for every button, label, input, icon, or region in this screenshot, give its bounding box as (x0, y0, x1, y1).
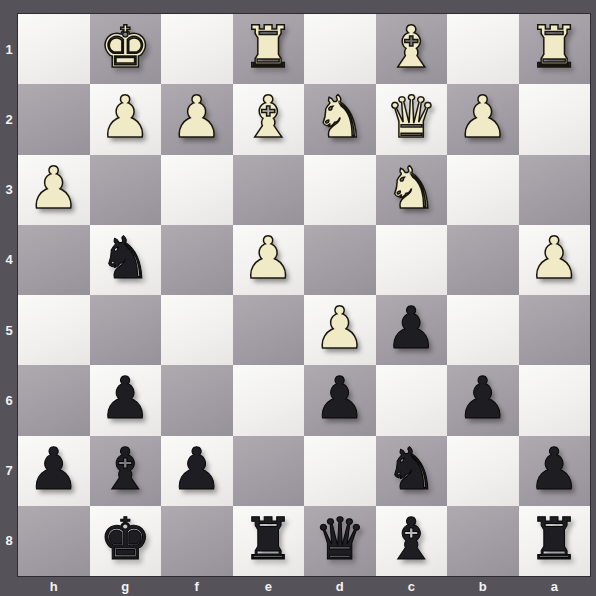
square-g3[interactable] (90, 155, 162, 225)
square-c8[interactable]: ♝ (376, 506, 448, 576)
piece-white-queen[interactable]: ♛ (385, 88, 437, 146)
rank-label-2: 2 (0, 84, 18, 154)
file-label-h: h (18, 576, 90, 596)
square-b2[interactable]: ♟ (447, 84, 519, 154)
square-f7[interactable]: ♟ (161, 436, 233, 506)
square-a7[interactable]: ♟ (519, 436, 591, 506)
square-a8[interactable]: ♜ (519, 506, 591, 576)
square-e8[interactable]: ♜ (233, 506, 305, 576)
rank-label-8: 8 (0, 506, 18, 576)
square-e2[interactable]: ♝ (233, 84, 305, 154)
file-label-g: g (90, 576, 162, 596)
piece-white-knight[interactable]: ♞ (385, 159, 437, 217)
square-e3[interactable] (233, 155, 305, 225)
rank-label-3: 3 (0, 155, 18, 225)
square-f2[interactable]: ♟ (161, 84, 233, 154)
square-d6[interactable]: ♟ (304, 365, 376, 435)
piece-black-pawn[interactable]: ♟ (457, 369, 509, 427)
square-e1[interactable]: ♜ (233, 14, 305, 84)
square-c1[interactable]: ♝ (376, 14, 448, 84)
square-b1[interactable] (447, 14, 519, 84)
square-b3[interactable] (447, 155, 519, 225)
piece-black-pawn[interactable]: ♟ (171, 440, 223, 498)
square-f4[interactable] (161, 225, 233, 295)
square-a4[interactable]: ♟ (519, 225, 591, 295)
square-h2[interactable] (18, 84, 90, 154)
piece-black-knight[interactable]: ♞ (99, 229, 151, 287)
square-b5[interactable] (447, 295, 519, 365)
file-label-b: b (447, 576, 519, 596)
rank-label-7: 7 (0, 436, 18, 506)
file-label-f: f (161, 576, 233, 596)
square-e7[interactable] (233, 436, 305, 506)
square-h1[interactable] (18, 14, 90, 84)
square-f1[interactable] (161, 14, 233, 84)
square-d4[interactable] (304, 225, 376, 295)
piece-black-pawn[interactable]: ♟ (99, 369, 151, 427)
piece-black-bishop[interactable]: ♝ (99, 440, 151, 498)
piece-black-pawn[interactable]: ♟ (528, 440, 580, 498)
square-h4[interactable] (18, 225, 90, 295)
square-g4[interactable]: ♞ (90, 225, 162, 295)
piece-white-pawn[interactable]: ♟ (528, 229, 580, 287)
rank-coordinates: 12345678 (0, 14, 18, 576)
file-coordinates: hgfedcba (18, 576, 590, 596)
piece-white-knight[interactable]: ♞ (314, 88, 366, 146)
piece-black-queen[interactable]: ♛ (314, 510, 366, 568)
square-c3[interactable]: ♞ (376, 155, 448, 225)
square-g6[interactable]: ♟ (90, 365, 162, 435)
piece-white-rook[interactable]: ♜ (528, 18, 580, 76)
square-c6[interactable] (376, 365, 448, 435)
square-c2[interactable]: ♛ (376, 84, 448, 154)
piece-black-king[interactable]: ♚ (99, 510, 151, 568)
square-g5[interactable] (90, 295, 162, 365)
square-c5[interactable]: ♟ (376, 295, 448, 365)
square-c4[interactable] (376, 225, 448, 295)
square-g7[interactable]: ♝ (90, 436, 162, 506)
file-label-c: c (376, 576, 448, 596)
piece-white-bishop[interactable]: ♝ (385, 18, 437, 76)
square-a3[interactable] (519, 155, 591, 225)
square-h7[interactable]: ♟ (18, 436, 90, 506)
square-b6[interactable]: ♟ (447, 365, 519, 435)
piece-white-pawn[interactable]: ♟ (28, 159, 80, 217)
piece-white-king[interactable]: ♚ (99, 18, 151, 76)
square-e6[interactable] (233, 365, 305, 435)
rank-label-1: 1 (0, 14, 18, 84)
square-d3[interactable] (304, 155, 376, 225)
piece-white-pawn[interactable]: ♟ (171, 88, 223, 146)
piece-black-pawn[interactable]: ♟ (28, 440, 80, 498)
square-g2[interactable]: ♟ (90, 84, 162, 154)
piece-white-pawn[interactable]: ♟ (99, 88, 151, 146)
piece-black-rook[interactable]: ♜ (242, 510, 294, 568)
piece-black-rook[interactable]: ♜ (528, 510, 580, 568)
piece-white-pawn[interactable]: ♟ (242, 229, 294, 287)
square-f8[interactable] (161, 506, 233, 576)
rank-label-6: 6 (0, 365, 18, 435)
square-b8[interactable] (447, 506, 519, 576)
square-d7[interactable] (304, 436, 376, 506)
square-h8[interactable] (18, 506, 90, 576)
rank-label-5: 5 (0, 295, 18, 365)
square-h5[interactable] (18, 295, 90, 365)
square-a6[interactable] (519, 365, 591, 435)
square-e4[interactable]: ♟ (233, 225, 305, 295)
square-c7[interactable]: ♞ (376, 436, 448, 506)
piece-black-knight[interactable]: ♞ (385, 440, 437, 498)
piece-black-pawn[interactable]: ♟ (385, 299, 437, 357)
file-label-d: d (304, 576, 376, 596)
square-g1[interactable]: ♚ (90, 14, 162, 84)
square-h3[interactable]: ♟ (18, 155, 90, 225)
piece-white-pawn[interactable]: ♟ (314, 299, 366, 357)
square-d2[interactable]: ♞ (304, 84, 376, 154)
piece-white-rook[interactable]: ♜ (242, 18, 294, 76)
square-b7[interactable] (447, 436, 519, 506)
square-d5[interactable]: ♟ (304, 295, 376, 365)
chess-board: 12345678 hgfedcba ♚♜♝♜♟♟♝♞♛♟♟♞♞♟♟♟♟♟♟♟♟♝… (0, 0, 596, 596)
file-label-e: e (233, 576, 305, 596)
rank-label-4: 4 (0, 225, 18, 295)
piece-white-pawn[interactable]: ♟ (457, 88, 509, 146)
board-squares: ♚♜♝♜♟♟♝♞♛♟♟♞♞♟♟♟♟♟♟♟♟♝♟♞♟♚♜♛♝♜ (18, 14, 590, 576)
square-b4[interactable] (447, 225, 519, 295)
square-a1[interactable]: ♜ (519, 14, 591, 84)
square-h6[interactable] (18, 365, 90, 435)
square-f5[interactable] (161, 295, 233, 365)
square-a2[interactable] (519, 84, 591, 154)
file-label-a: a (519, 576, 591, 596)
square-d8[interactable]: ♛ (304, 506, 376, 576)
square-f3[interactable] (161, 155, 233, 225)
square-d1[interactable] (304, 14, 376, 84)
piece-black-pawn[interactable]: ♟ (314, 369, 366, 427)
piece-black-bishop[interactable]: ♝ (385, 510, 437, 568)
square-e5[interactable] (233, 295, 305, 365)
square-a5[interactable] (519, 295, 591, 365)
square-f6[interactable] (161, 365, 233, 435)
piece-white-bishop[interactable]: ♝ (242, 88, 294, 146)
square-g8[interactable]: ♚ (90, 506, 162, 576)
